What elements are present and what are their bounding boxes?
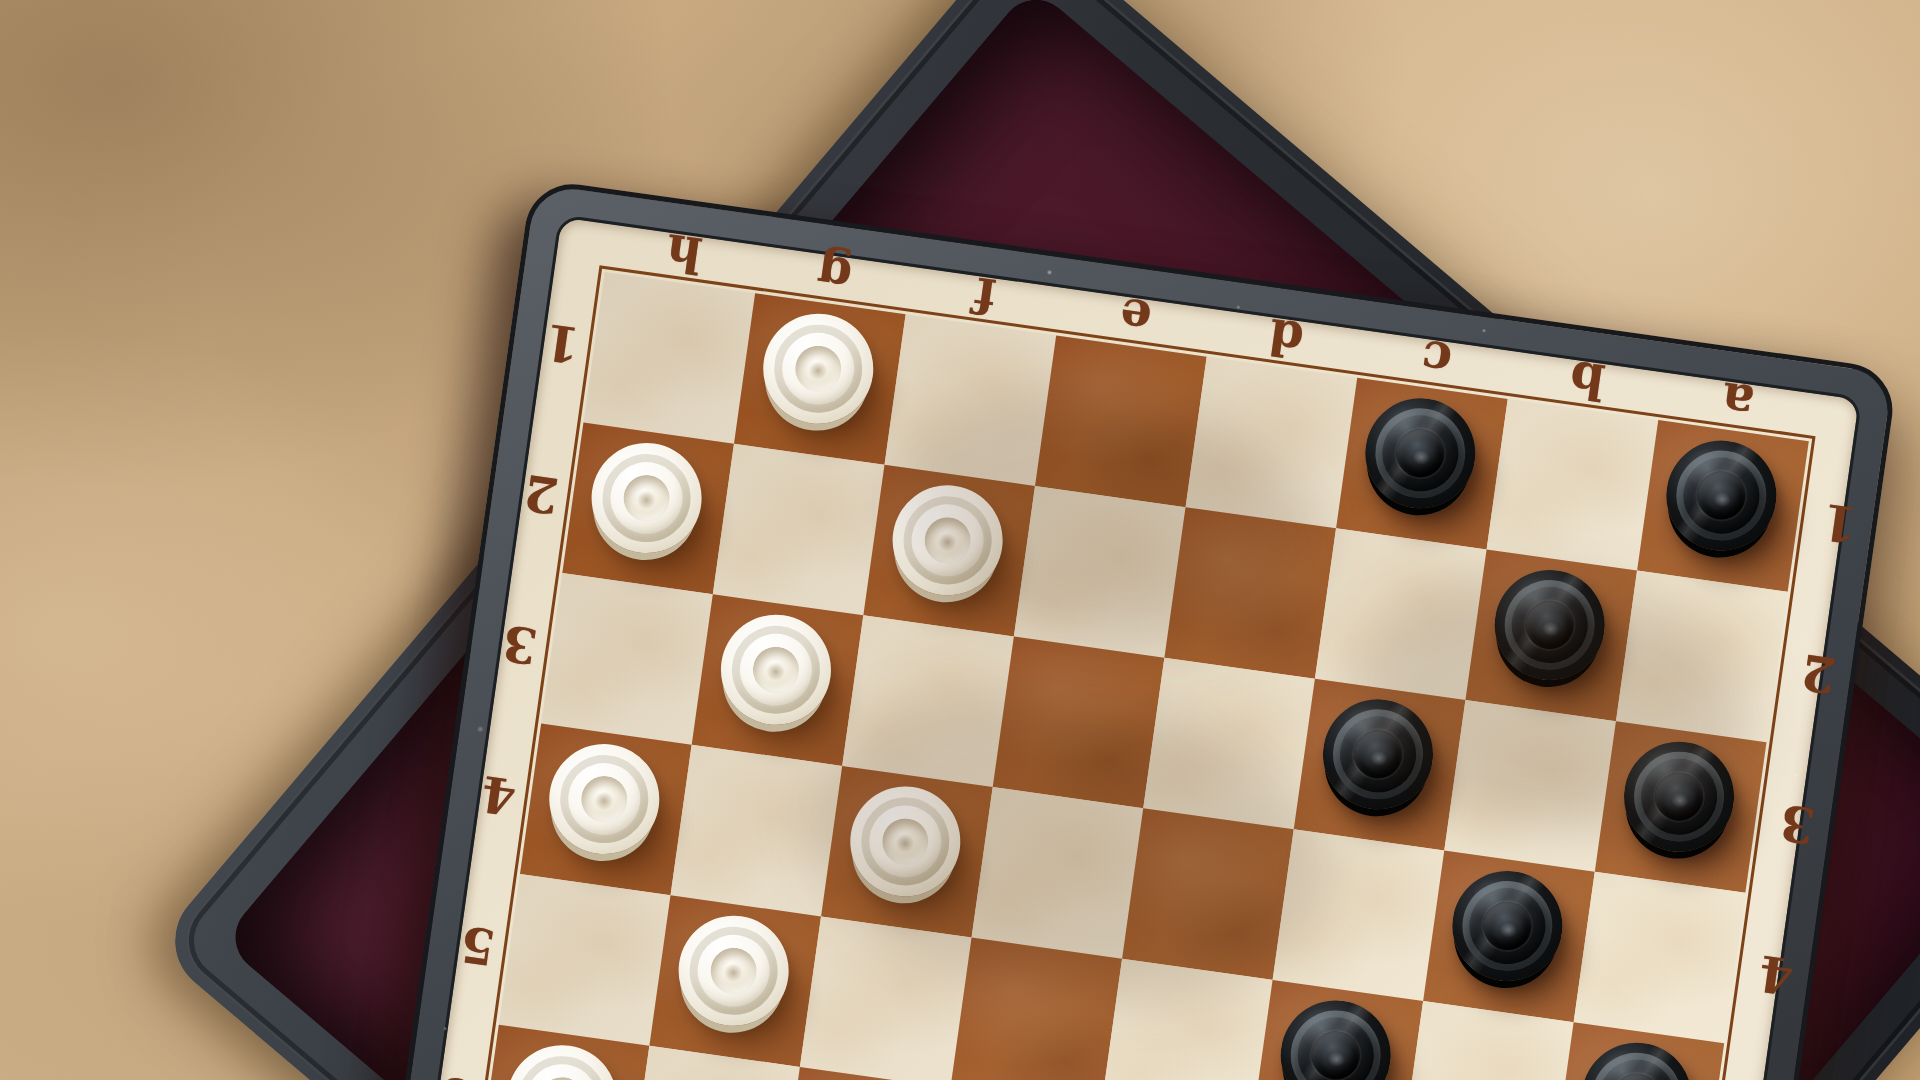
square-d5[interactable]	[1101, 959, 1273, 1080]
square-g2[interactable]	[713, 444, 885, 616]
square-d4[interactable]	[1122, 808, 1294, 980]
square-f5[interactable]	[800, 916, 972, 1080]
square-e4[interactable]	[972, 787, 1144, 959]
square-g4[interactable]	[671, 745, 843, 917]
photo-scene: hgfedcba1234567812345678	[0, 0, 1920, 1080]
square-d3[interactable]	[1143, 658, 1315, 830]
square-e1[interactable]	[1035, 335, 1207, 507]
square-a4[interactable]	[1574, 872, 1746, 1044]
square-c4[interactable]	[1273, 829, 1445, 1001]
checkers-board: hgfedcba1234567812345678	[340, 178, 1899, 1080]
square-b3[interactable]	[1444, 700, 1616, 872]
square-e5[interactable]	[950, 938, 1122, 1080]
square-h5[interactable]	[499, 874, 671, 1046]
square-c2[interactable]	[1315, 528, 1487, 700]
square-d1[interactable]	[1186, 357, 1358, 529]
square-f1[interactable]	[885, 314, 1057, 486]
square-f3[interactable]	[842, 615, 1014, 787]
square-h3[interactable]	[541, 573, 713, 745]
square-e3[interactable]	[993, 637, 1165, 809]
square-h1[interactable]	[583, 272, 755, 444]
square-b1[interactable]	[1487, 399, 1659, 571]
square-a2[interactable]	[1616, 571, 1788, 743]
square-d2[interactable]	[1164, 507, 1336, 679]
square-e2[interactable]	[1014, 486, 1186, 658]
